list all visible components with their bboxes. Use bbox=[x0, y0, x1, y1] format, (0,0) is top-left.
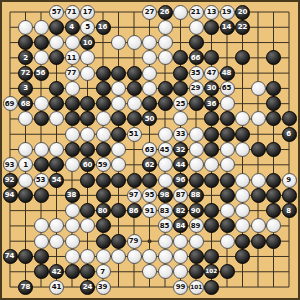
white-stone bbox=[111, 35, 126, 50]
move-number: 4 bbox=[70, 24, 75, 31]
white-stone bbox=[158, 234, 173, 249]
black-stone bbox=[266, 81, 281, 96]
black-stone bbox=[34, 188, 49, 203]
move-number: 48 bbox=[222, 70, 232, 77]
move-number: 17 bbox=[83, 8, 93, 15]
black-stone bbox=[111, 234, 126, 249]
white-stone bbox=[96, 127, 111, 142]
black-stone-30: 30 bbox=[204, 81, 219, 96]
black-stone bbox=[220, 111, 235, 126]
black-stone bbox=[65, 142, 80, 157]
white-stone bbox=[235, 142, 250, 157]
white-stone bbox=[189, 142, 204, 157]
white-stone bbox=[111, 142, 126, 157]
white-stone-45: 45 bbox=[158, 142, 173, 157]
black-stone-48: 48 bbox=[220, 66, 235, 81]
move-number: 86 bbox=[129, 207, 139, 214]
black-stone bbox=[96, 96, 111, 111]
move-number: 45 bbox=[160, 146, 170, 153]
black-stone-80: 80 bbox=[96, 203, 111, 218]
move-number: 20 bbox=[238, 8, 248, 15]
white-stone bbox=[34, 142, 49, 157]
black-stone-3: 3 bbox=[18, 81, 33, 96]
black-stone bbox=[251, 142, 266, 157]
black-stone bbox=[96, 173, 111, 188]
white-stone bbox=[127, 96, 142, 111]
white-stone-83: 83 bbox=[158, 203, 173, 218]
black-stone bbox=[96, 234, 111, 249]
go-diagram-screenshot: 5771172726211319204516142210211667256773… bbox=[0, 0, 300, 300]
white-stone bbox=[251, 81, 266, 96]
white-stone bbox=[235, 173, 250, 188]
white-stone-95: 95 bbox=[142, 188, 157, 203]
black-stone bbox=[111, 66, 126, 81]
black-stone bbox=[96, 188, 111, 203]
white-stone bbox=[220, 234, 235, 249]
move-number: 72 bbox=[21, 70, 31, 77]
white-stone-35: 35 bbox=[189, 66, 204, 81]
black-stone-6: 6 bbox=[282, 127, 297, 142]
black-stone bbox=[266, 234, 281, 249]
white-stone bbox=[34, 20, 49, 35]
white-stone bbox=[127, 249, 142, 264]
black-stone bbox=[266, 173, 281, 188]
white-stone-5: 5 bbox=[80, 20, 95, 35]
move-number: 87 bbox=[176, 192, 186, 199]
black-stone bbox=[204, 127, 219, 142]
black-stone-22: 22 bbox=[235, 20, 250, 35]
white-stone bbox=[189, 234, 204, 249]
black-stone bbox=[127, 111, 142, 126]
black-stone-86: 86 bbox=[127, 203, 142, 218]
move-number: 83 bbox=[160, 207, 170, 214]
white-stone bbox=[65, 218, 80, 233]
move-number: 68 bbox=[21, 100, 31, 107]
white-stone bbox=[96, 249, 111, 264]
black-stone bbox=[189, 173, 204, 188]
move-number: 26 bbox=[160, 8, 170, 15]
black-stone-66: 66 bbox=[189, 50, 204, 65]
white-stone-29: 29 bbox=[189, 81, 204, 96]
move-number: 6 bbox=[287, 131, 292, 138]
black-stone bbox=[49, 81, 64, 96]
black-stone-90: 90 bbox=[189, 203, 204, 218]
move-number: 38 bbox=[67, 192, 77, 199]
white-stone bbox=[158, 157, 173, 172]
white-stone-51: 51 bbox=[127, 127, 142, 142]
move-number: 94 bbox=[5, 192, 15, 199]
white-stone-7: 7 bbox=[96, 264, 111, 279]
black-stone bbox=[18, 35, 33, 50]
black-stone-54: 54 bbox=[49, 173, 64, 188]
move-number: 9 bbox=[287, 177, 292, 184]
move-number: 69 bbox=[5, 100, 15, 107]
white-stone bbox=[65, 127, 80, 142]
black-stone bbox=[158, 81, 173, 96]
white-stone-41: 41 bbox=[49, 280, 64, 295]
white-stone-47: 47 bbox=[204, 66, 219, 81]
black-stone bbox=[65, 111, 80, 126]
move-number: 36 bbox=[207, 100, 217, 107]
white-stone-93: 93 bbox=[3, 157, 18, 172]
white-stone bbox=[142, 35, 157, 50]
white-stone bbox=[65, 203, 80, 218]
white-stone bbox=[220, 96, 235, 111]
white-stone-77: 77 bbox=[65, 66, 80, 81]
move-number: 8 bbox=[287, 207, 292, 214]
white-stone-11: 11 bbox=[65, 50, 80, 65]
move-number: 44 bbox=[176, 161, 186, 168]
white-stone bbox=[235, 188, 250, 203]
white-stone-71: 71 bbox=[65, 5, 80, 20]
move-number: 85 bbox=[160, 222, 170, 229]
white-stone-57: 57 bbox=[49, 5, 64, 20]
black-stone bbox=[220, 264, 235, 279]
white-stone bbox=[173, 249, 188, 264]
black-stone bbox=[34, 264, 49, 279]
move-number: 3 bbox=[23, 85, 28, 92]
move-number: 57 bbox=[52, 8, 62, 15]
black-stone bbox=[18, 249, 33, 264]
move-number: 65 bbox=[222, 85, 232, 92]
move-number: 71 bbox=[67, 8, 77, 15]
move-number: 54 bbox=[52, 177, 62, 184]
star-point bbox=[148, 239, 152, 243]
move-number: 82 bbox=[176, 207, 186, 214]
white-stone bbox=[34, 234, 49, 249]
move-number: 74 bbox=[5, 253, 15, 260]
black-stone bbox=[189, 35, 204, 50]
move-number: 32 bbox=[176, 146, 186, 153]
white-stone bbox=[49, 142, 64, 157]
black-stone bbox=[127, 66, 142, 81]
black-stone bbox=[96, 218, 111, 233]
black-stone bbox=[80, 142, 95, 157]
black-stone bbox=[282, 188, 297, 203]
move-number: 47 bbox=[207, 70, 217, 77]
black-stone bbox=[18, 188, 33, 203]
move-number: 59 bbox=[98, 161, 108, 168]
move-number: 66 bbox=[191, 54, 201, 61]
black-stone bbox=[220, 173, 235, 188]
move-number: 13 bbox=[207, 8, 217, 15]
black-stone-8: 8 bbox=[282, 203, 297, 218]
black-stone bbox=[235, 234, 250, 249]
black-stone-16: 16 bbox=[96, 20, 111, 35]
white-stone bbox=[220, 157, 235, 172]
move-number: 95 bbox=[145, 192, 155, 199]
black-stone bbox=[204, 280, 219, 295]
move-number: 78 bbox=[21, 284, 31, 291]
black-stone-24: 24 bbox=[80, 280, 95, 295]
white-stone-65: 65 bbox=[220, 81, 235, 96]
move-number: 56 bbox=[36, 70, 46, 77]
white-stone bbox=[158, 35, 173, 50]
white-stone bbox=[142, 66, 157, 81]
black-stone-96: 96 bbox=[173, 173, 188, 188]
white-stone bbox=[65, 249, 80, 264]
white-stone bbox=[80, 66, 95, 81]
move-number: 24 bbox=[83, 284, 93, 291]
black-stone bbox=[127, 173, 142, 188]
black-stone bbox=[34, 249, 49, 264]
move-number: 29 bbox=[191, 85, 201, 92]
black-stone bbox=[80, 173, 95, 188]
black-stone-74: 74 bbox=[3, 249, 18, 264]
black-stone bbox=[189, 96, 204, 111]
white-stone-87: 87 bbox=[173, 188, 188, 203]
move-number: 22 bbox=[238, 24, 248, 31]
move-number: 77 bbox=[67, 70, 77, 77]
black-stone bbox=[235, 249, 250, 264]
black-stone-88: 88 bbox=[189, 188, 204, 203]
black-stone bbox=[220, 127, 235, 142]
white-stone bbox=[18, 142, 33, 157]
white-stone-89: 89 bbox=[189, 218, 204, 233]
white-stone bbox=[220, 142, 235, 157]
move-number: 14 bbox=[222, 24, 232, 31]
move-number: 63 bbox=[145, 146, 155, 153]
black-stone bbox=[266, 142, 281, 157]
white-stone-69: 69 bbox=[3, 96, 18, 111]
move-number: 2 bbox=[23, 54, 28, 61]
black-stone-10: 10 bbox=[80, 35, 95, 50]
white-stone-85: 85 bbox=[158, 218, 173, 233]
move-number: 62 bbox=[145, 161, 155, 168]
move-number: 39 bbox=[98, 284, 108, 291]
white-stone bbox=[142, 249, 157, 264]
black-stone bbox=[158, 96, 173, 111]
black-stone bbox=[220, 188, 235, 203]
move-number: 19 bbox=[222, 8, 232, 15]
white-stone bbox=[34, 50, 49, 65]
black-stone bbox=[173, 81, 188, 96]
white-stone-33: 33 bbox=[173, 127, 188, 142]
white-stone bbox=[158, 264, 173, 279]
black-stone-4: 4 bbox=[65, 20, 80, 35]
move-number: 102 bbox=[206, 269, 218, 275]
black-stone bbox=[111, 173, 126, 188]
black-stone bbox=[204, 173, 219, 188]
move-number: 93 bbox=[5, 161, 15, 168]
move-number: 101 bbox=[190, 284, 202, 290]
move-number: 42 bbox=[52, 268, 62, 275]
move-number: 99 bbox=[176, 284, 186, 291]
black-stone-72: 72 bbox=[18, 66, 33, 81]
white-stone bbox=[65, 157, 80, 172]
white-stone bbox=[173, 234, 188, 249]
black-stone bbox=[189, 249, 204, 264]
white-stone bbox=[220, 203, 235, 218]
white-stone-53: 53 bbox=[34, 173, 49, 188]
white-stone-39: 39 bbox=[96, 280, 111, 295]
move-number: 35 bbox=[191, 70, 201, 77]
black-stone bbox=[142, 173, 157, 188]
black-stone-26: 26 bbox=[158, 5, 173, 20]
move-number: 84 bbox=[176, 222, 186, 229]
move-number: 33 bbox=[176, 131, 186, 138]
move-number: 79 bbox=[129, 238, 139, 245]
black-stone bbox=[96, 66, 111, 81]
move-number: 91 bbox=[145, 207, 155, 214]
white-stone-9: 9 bbox=[282, 173, 297, 188]
move-number: 21 bbox=[191, 8, 201, 15]
white-stone bbox=[158, 20, 173, 35]
move-number: 98 bbox=[160, 192, 170, 199]
white-stone bbox=[251, 218, 266, 233]
black-stone bbox=[251, 234, 266, 249]
black-stone-92: 92 bbox=[3, 173, 18, 188]
move-number: 30 bbox=[207, 85, 217, 92]
white-stone bbox=[49, 35, 64, 50]
black-stone bbox=[34, 157, 49, 172]
go-board: 5771172726211319204516142210211667256773… bbox=[0, 0, 300, 300]
black-stone bbox=[127, 81, 142, 96]
white-stone bbox=[189, 20, 204, 35]
move-number: 89 bbox=[191, 222, 201, 229]
move-number: 16 bbox=[98, 24, 108, 31]
black-stone bbox=[266, 188, 281, 203]
white-stone bbox=[49, 234, 64, 249]
white-stone bbox=[18, 173, 33, 188]
white-stone-13: 13 bbox=[204, 5, 219, 20]
black-stone-38: 38 bbox=[65, 188, 80, 203]
white-stone bbox=[96, 111, 111, 126]
move-number: 97 bbox=[129, 192, 139, 199]
white-stone bbox=[34, 218, 49, 233]
white-stone bbox=[158, 173, 173, 188]
move-number: 5 bbox=[85, 24, 90, 31]
black-stone bbox=[49, 20, 64, 35]
black-stone bbox=[251, 188, 266, 203]
black-stone bbox=[34, 35, 49, 50]
black-stone bbox=[282, 111, 297, 126]
move-number: 7 bbox=[101, 268, 106, 275]
black-stone bbox=[111, 127, 126, 142]
move-number: 11 bbox=[67, 54, 77, 61]
white-stone bbox=[80, 127, 95, 142]
white-stone bbox=[111, 249, 126, 264]
white-stone bbox=[18, 20, 33, 35]
black-stone bbox=[204, 20, 219, 35]
move-number: 60 bbox=[83, 161, 93, 168]
black-stone bbox=[189, 264, 204, 279]
white-stone bbox=[65, 234, 80, 249]
black-stone bbox=[65, 96, 80, 111]
white-stone bbox=[111, 81, 126, 96]
white-stone bbox=[80, 249, 95, 264]
white-stone bbox=[189, 127, 204, 142]
move-number: 53 bbox=[36, 177, 46, 184]
move-number: 25 bbox=[176, 100, 186, 107]
black-stone bbox=[220, 218, 235, 233]
black-stone-98: 98 bbox=[158, 188, 173, 203]
white-stone-63: 63 bbox=[142, 142, 157, 157]
move-number: 10 bbox=[83, 39, 93, 46]
white-stone-21: 21 bbox=[189, 5, 204, 20]
white-stone bbox=[65, 81, 80, 96]
white-stone-59: 59 bbox=[96, 157, 111, 172]
black-stone bbox=[96, 142, 111, 157]
white-stone bbox=[173, 5, 188, 20]
black-stone-20: 20 bbox=[235, 5, 250, 20]
move-number: 88 bbox=[191, 192, 201, 199]
black-stone bbox=[65, 264, 80, 279]
move-number: 1 bbox=[23, 161, 28, 168]
white-stone-97: 97 bbox=[127, 188, 142, 203]
white-stone-19: 19 bbox=[220, 5, 235, 20]
move-number: 80 bbox=[98, 207, 108, 214]
white-stone bbox=[158, 50, 173, 65]
white-stone-99: 99 bbox=[173, 280, 188, 295]
move-number: 96 bbox=[176, 177, 186, 184]
black-stone-94: 94 bbox=[3, 188, 18, 203]
white-stone bbox=[189, 157, 204, 172]
white-stone bbox=[251, 173, 266, 188]
black-stone bbox=[204, 249, 219, 264]
black-stone bbox=[235, 127, 250, 142]
white-stone bbox=[158, 249, 173, 264]
move-number: 41 bbox=[52, 284, 62, 291]
white-stone-79: 79 bbox=[127, 234, 142, 249]
black-stone-78: 78 bbox=[18, 280, 33, 295]
move-number: 51 bbox=[129, 131, 139, 138]
black-stone-32: 32 bbox=[173, 142, 188, 157]
white-stone bbox=[142, 81, 157, 96]
white-stone bbox=[65, 35, 80, 50]
move-number: 50 bbox=[145, 115, 155, 122]
white-stone bbox=[127, 35, 142, 50]
white-stone bbox=[158, 127, 173, 142]
move-number: 90 bbox=[191, 207, 201, 214]
black-stone-14: 14 bbox=[220, 20, 235, 35]
black-stone bbox=[204, 142, 219, 157]
move-number: 92 bbox=[5, 177, 15, 184]
white-stone-17: 17 bbox=[80, 5, 95, 20]
white-stone-101: 101 bbox=[189, 280, 204, 295]
move-number: 27 bbox=[145, 8, 155, 15]
black-stone-56: 56 bbox=[34, 66, 49, 81]
white-stone-27: 27 bbox=[142, 5, 157, 20]
black-stone bbox=[34, 111, 49, 126]
black-stone bbox=[173, 66, 188, 81]
black-stone bbox=[96, 81, 111, 96]
white-stone bbox=[251, 111, 266, 126]
white-stone bbox=[34, 96, 49, 111]
